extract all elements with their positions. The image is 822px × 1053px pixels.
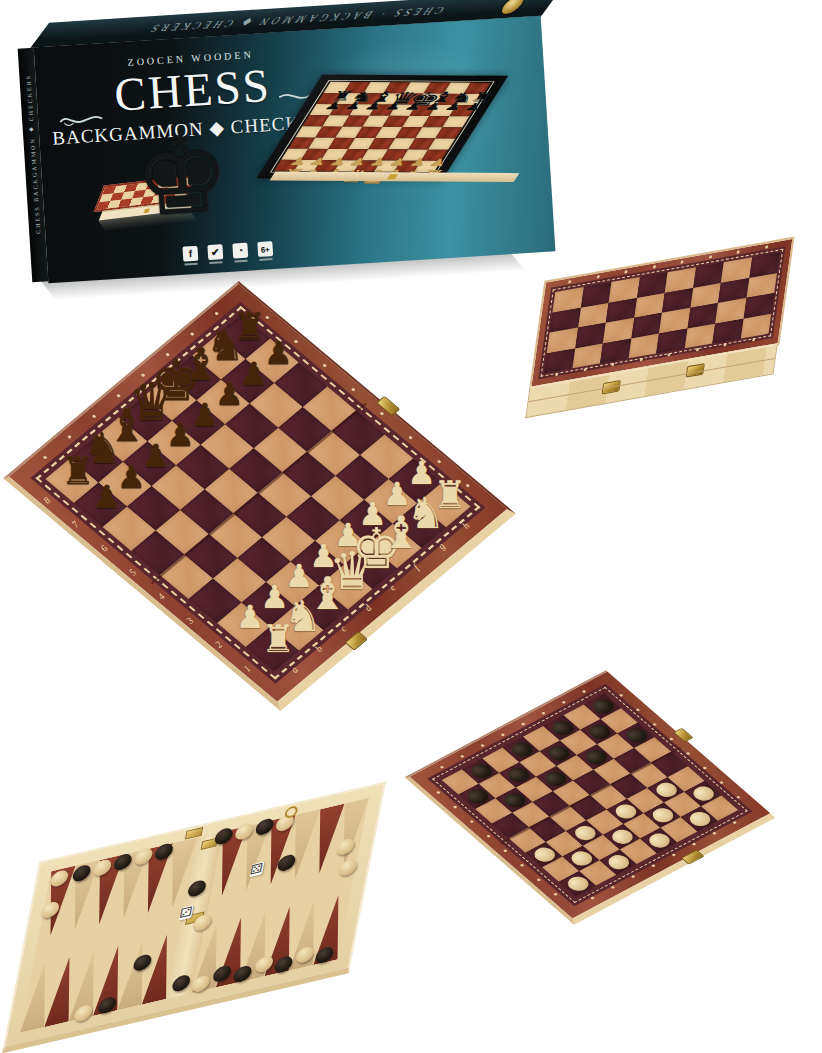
- clock-icon: ◔: [232, 243, 248, 259]
- white-backgammon-checker: [49, 869, 70, 889]
- folded-closed-board: [544, 237, 813, 410]
- white-backgammon-checker: [40, 900, 61, 920]
- black-checker-piece: [500, 790, 529, 810]
- white-checker-piece: [648, 805, 677, 825]
- rank-label: 4: [155, 591, 167, 601]
- frame-dot: [503, 849, 508, 852]
- brass-clasp-icon: [673, 728, 693, 743]
- brass-clasp-icon: [686, 363, 705, 378]
- black-backgammon-checker: [315, 945, 336, 965]
- frame-dot: [651, 864, 656, 867]
- black-checker-piece: [507, 740, 536, 760]
- black-checker-piece: [544, 743, 573, 763]
- black-backgammon-checker: [254, 817, 275, 837]
- white-backgammon-checker: [234, 822, 255, 842]
- frame-dot: [719, 781, 724, 784]
- age-rating-icon: 6+: [257, 241, 273, 257]
- frame-dot: [214, 311, 219, 315]
- facebook-icon: f: [182, 246, 198, 262]
- file-label: b: [313, 644, 325, 654]
- king-silhouette-icon: ♚: [131, 122, 232, 234]
- icon-glyph: 6+: [260, 245, 270, 255]
- white-backgammon-checker: [191, 974, 212, 994]
- black-rook-piece: ♜: [233, 308, 267, 346]
- rank-label: 7: [69, 519, 81, 529]
- frame-dot: [322, 363, 327, 367]
- file-label: d: [362, 603, 374, 613]
- frame-dot: [379, 411, 384, 415]
- frame-dot: [294, 339, 299, 343]
- icon-glyph: ✔: [211, 246, 220, 258]
- product-box: CHESS · BACKGAMMON ◆ CHECKERS CHESS BACK…: [16, 0, 556, 290]
- frame-dot: [669, 737, 674, 740]
- backgammon-board: ⚄⚂: [2, 782, 386, 1053]
- white-backgammon-checker: [192, 913, 213, 933]
- frame-dot: [486, 834, 491, 837]
- black-backgammon-checker: [273, 954, 294, 974]
- frame-dot: [408, 436, 413, 440]
- white-backgammon-checker: [254, 954, 275, 974]
- frame-dot: [436, 791, 441, 794]
- white-backgammon-checker: [133, 847, 154, 867]
- rank-label: 2: [212, 639, 224, 649]
- box-front-panel: ZOOCEN WOODEN CHESS BACKGAMMON ◆ CHECKER…: [34, 16, 556, 283]
- frame-dot: [692, 842, 697, 845]
- frame-dot: [652, 723, 657, 726]
- black-checker-piece: [466, 761, 495, 781]
- packaging-icons: f ✔ ◔ 6+: [182, 241, 273, 262]
- brass-clasp-icon: [344, 631, 368, 651]
- frame-dot: [67, 435, 72, 439]
- frame-dot: [92, 414, 97, 418]
- file-label: a: [288, 664, 300, 674]
- frame-dot: [43, 455, 48, 459]
- black-checker-piece: [581, 747, 610, 767]
- frame-dot: [610, 886, 615, 889]
- frame-dot: [469, 820, 474, 823]
- white-checker-piece: [567, 848, 596, 868]
- white-checker-piece: [651, 780, 680, 800]
- rank-label: 3: [184, 615, 196, 625]
- black-backgammon-checker: [232, 964, 253, 984]
- white-pawn-piece: ♟: [407, 457, 436, 489]
- rank-label: 1: [241, 663, 253, 673]
- frame-dot: [671, 853, 676, 856]
- approval-icon: ✔: [207, 244, 223, 260]
- icon-glyph: ◔: [237, 245, 244, 256]
- frame-dot: [631, 875, 636, 878]
- rank-label: 5: [126, 567, 138, 577]
- black-checker-piece: [540, 769, 569, 789]
- black-checker-piece: [547, 718, 576, 738]
- black-backgammon-checker: [71, 864, 92, 884]
- frame-dot: [351, 387, 356, 391]
- file-label: h: [460, 520, 472, 530]
- frame-dot: [619, 694, 624, 697]
- black-backgammon-checker: [97, 995, 118, 1015]
- white-backgammon-checker: [92, 858, 113, 878]
- white-rook-piece: ♜: [433, 476, 467, 514]
- white-checker-piece: [570, 823, 599, 843]
- black-backgammon-checker: [213, 826, 234, 846]
- frame-dot: [553, 893, 558, 896]
- black-checker-piece: [584, 722, 613, 742]
- frame-dot: [732, 821, 737, 824]
- gold-seal-icon: [498, 0, 528, 14]
- black-backgammon-checker: [186, 879, 207, 899]
- checkers-pieces-layer: [442, 694, 738, 897]
- frame-dot: [520, 864, 525, 867]
- rank-label: 6: [98, 543, 110, 553]
- white-checker-piece: [607, 827, 636, 847]
- frame-dot: [702, 766, 707, 769]
- product-photo-page: CHESS · BACKGAMMON ◆ CHECKERS CHESS BACK…: [0, 0, 822, 1053]
- frame-dot: [686, 752, 691, 755]
- black-backgammon-checker: [113, 853, 134, 873]
- frame-dot: [736, 795, 741, 798]
- frame-dot: [635, 708, 640, 711]
- black-backgammon-checker: [212, 964, 233, 984]
- main-chess-board: 87654321abcdefgh ♜♞♝♛♚♝♞♜♟♟♟♟♟♟♟♟♟♟♟♟♟♟♟…: [3, 281, 515, 711]
- file-label: g: [435, 541, 447, 551]
- checkers-board: [405, 670, 776, 924]
- white-backgammon-checker: [336, 837, 357, 857]
- icon-glyph: f: [188, 248, 192, 259]
- frame-dot: [116, 394, 121, 398]
- rank-label: 8: [41, 495, 53, 505]
- frame-dot: [190, 332, 195, 336]
- frame-dot: [437, 460, 442, 464]
- white-backgammon-checker: [295, 945, 316, 965]
- chess-pieces-layer: ♜♞♝♛♚♝♞♜♟♟♟♟♟♟♟♟♟♟♟♟♟♟♟♟♜♞♝♛♚♝♞♜: [45, 314, 470, 671]
- frame-dot: [536, 878, 541, 881]
- black-backgammon-checker: [154, 842, 175, 862]
- frame-dot: [453, 805, 458, 808]
- black-backgammon-checker: [276, 853, 297, 873]
- black-pawn-piece: ♟: [264, 337, 293, 369]
- black-backgammon-checker: [171, 973, 192, 993]
- die-icon: ⚄: [249, 861, 264, 877]
- brass-clasp-icon: [681, 849, 705, 864]
- box-art-board-base: [270, 171, 520, 182]
- white-checker-piece: [611, 801, 640, 821]
- brass-clasp-icon: [602, 380, 621, 395]
- die-icon: ⚂: [178, 905, 193, 921]
- black-backgammon-checker: [132, 953, 153, 973]
- white-backgammon-checker: [338, 858, 359, 878]
- black-checker-piece: [503, 765, 532, 785]
- white-backgammon-checker: [72, 1004, 93, 1024]
- frame-dot: [590, 896, 595, 899]
- frame-dot: [712, 832, 717, 835]
